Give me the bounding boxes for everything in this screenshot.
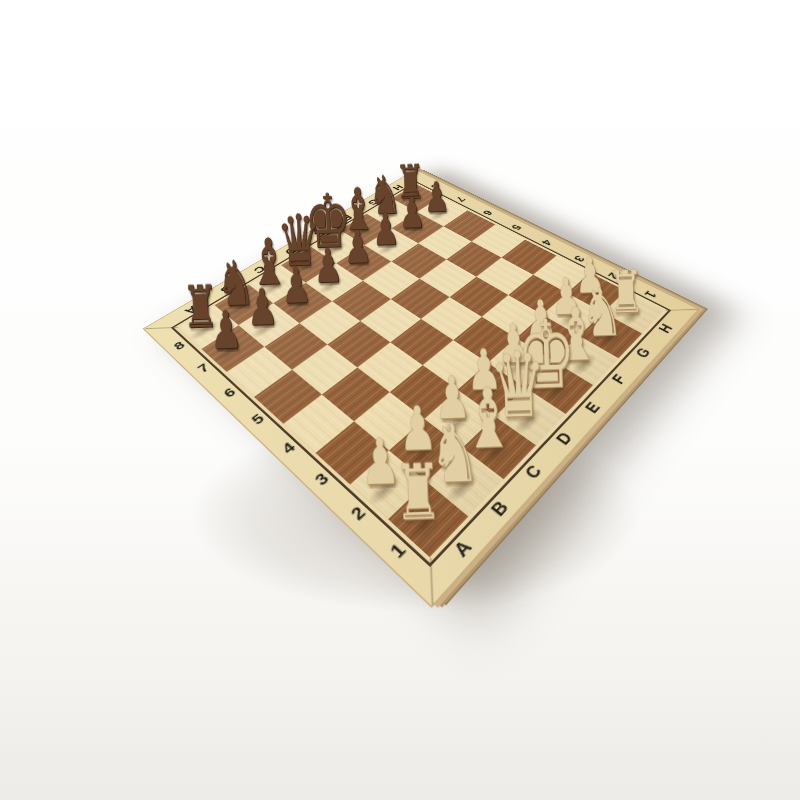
black-pawn: ♟ bbox=[371, 207, 400, 252]
rank-label-6-far: 6 bbox=[480, 209, 496, 218]
black-pawn: ♟ bbox=[423, 176, 450, 218]
black-pawn: ♟ bbox=[312, 242, 343, 290]
miter-joint bbox=[145, 327, 178, 329]
black-pawn: ♟ bbox=[245, 282, 278, 333]
file-label-f-near: F bbox=[607, 370, 629, 386]
board-grid: ♜♞♝♛♚♝♞♜♟♟♟♟♟♟♟♟♟♟♟♟♟♟♟♟♜♞♝♛♚♝♞♜ bbox=[178, 184, 664, 557]
file-label-c-near: C bbox=[519, 460, 545, 482]
chess-board: ♜♞♝♛♚♝♞♜♟♟♟♟♟♟♟♟♟♟♟♟♟♟♟♟♜♞♝♛♚♝♞♜ AA11BB2… bbox=[143, 169, 700, 608]
rank-label-7-far: 7 bbox=[453, 195, 468, 203]
miter-joint bbox=[430, 558, 433, 605]
rank-label-4-far: 4 bbox=[538, 238, 555, 248]
file-label-a-near: A bbox=[448, 534, 476, 560]
black-pawn: ♟ bbox=[342, 224, 372, 270]
rank-label-3-near: 3 bbox=[310, 468, 332, 488]
black-pawn: ♟ bbox=[397, 191, 425, 235]
file-label-d-near: D bbox=[551, 428, 576, 448]
miter-joint bbox=[415, 170, 416, 184]
rank-label-2-near: 2 bbox=[346, 501, 370, 523]
file-label-e-near: E bbox=[580, 398, 604, 416]
white-rook: ♜ bbox=[392, 453, 443, 531]
file-label-b-near: B bbox=[485, 495, 512, 519]
rank-label-6-near: 6 bbox=[220, 384, 239, 400]
rank-label-4-near: 4 bbox=[277, 438, 298, 456]
photo-background: ♜♞♝♛♚♝♞♜♟♟♟♟♟♟♟♟♟♟♟♟♟♟♟♟♜♞♝♛♚♝♞♜ AA11BB2… bbox=[0, 0, 800, 800]
rank-label-1-near: 1 bbox=[385, 538, 410, 562]
rank-label-5-near: 5 bbox=[247, 410, 267, 427]
rank-label-7-near: 7 bbox=[194, 360, 212, 375]
black-pawn: ♟ bbox=[280, 261, 312, 310]
square-b5[interactable] bbox=[292, 345, 357, 395]
black-pawn: ♟ bbox=[208, 304, 242, 357]
miter-joint bbox=[665, 309, 698, 311]
file-label-g-near: G bbox=[631, 344, 654, 360]
rank-label-5-far: 5 bbox=[508, 223, 524, 232]
rank-label-8-near: 8 bbox=[170, 338, 187, 352]
file-label-h-near: H bbox=[654, 320, 676, 335]
